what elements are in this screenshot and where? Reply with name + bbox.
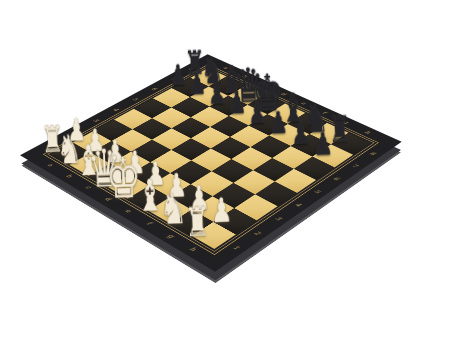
scene-3d: abcdefgh abcdefgh 87654321 87654321 ♜♞♝♛… (0, 0, 452, 362)
piece-black-pawn[interactable]: ♟ (187, 70, 206, 99)
piece-black-pawn[interactable]: ♟ (227, 88, 247, 118)
piece-black-pawn[interactable]: ♟ (207, 79, 226, 109)
piece-black-pawn[interactable]: ♟ (169, 61, 188, 90)
piece-black-pawn[interactable]: ♟ (312, 128, 333, 160)
piece-white-pawn[interactable]: ♟ (211, 193, 234, 227)
piece-black-pawn[interactable]: ♟ (290, 118, 311, 149)
piece-white-knight[interactable]: ♞ (159, 186, 188, 230)
board-frame: abcdefgh abcdefgh 87654321 87654321 ♜♞♝♛… (20, 54, 402, 271)
piece-white-rook[interactable]: ♜ (184, 203, 211, 244)
piece-black-pawn[interactable]: ♟ (268, 108, 288, 139)
chess-board: abcdefgh abcdefgh 87654321 87654321 ♜♞♝♛… (20, 54, 402, 271)
piece-black-pawn[interactable]: ♟ (247, 98, 267, 129)
photo-stage: abcdefgh abcdefgh 87654321 87654321 ♜♞♝♛… (0, 0, 452, 362)
